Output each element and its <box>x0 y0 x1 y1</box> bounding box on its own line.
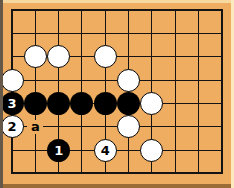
board-frame-bottom-edge <box>0 184 234 188</box>
grid-line-horizontal <box>11 9 223 11</box>
board-frame-right-edge <box>231 0 234 188</box>
white-stone <box>94 45 117 68</box>
black-stone <box>47 92 70 115</box>
black-stone-move-1: 1 <box>47 139 70 162</box>
white-stone-move-2: 2 <box>1 115 24 138</box>
white-stone <box>47 45 70 68</box>
white-stone-move-4: 4 <box>94 139 117 162</box>
go-diagram: 3214a <box>0 0 234 188</box>
grid-line-horizontal <box>11 150 223 151</box>
board-frame-left-edge <box>0 0 3 188</box>
white-stone <box>1 69 24 92</box>
white-stone <box>117 115 140 138</box>
black-stone <box>94 92 117 115</box>
board-frame-top-edge <box>0 0 234 3</box>
grid-line-horizontal <box>11 33 223 34</box>
go-board: 3214a <box>0 0 234 188</box>
grid-line-horizontal <box>11 172 223 174</box>
white-stone <box>140 92 163 115</box>
white-stone <box>24 45 47 68</box>
black-stone <box>70 92 93 115</box>
black-stone-move-3: 3 <box>1 92 24 115</box>
black-stone <box>117 92 140 115</box>
point-label-a: a <box>27 120 43 134</box>
white-stone <box>117 69 140 92</box>
white-stone <box>140 139 163 162</box>
black-stone <box>24 92 47 115</box>
